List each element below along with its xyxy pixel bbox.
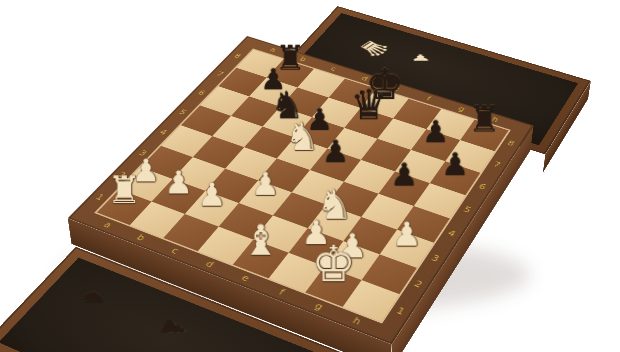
piece-black-pawn-g7[interactable]: ♟ (422, 114, 449, 149)
piece-white-king-g1[interactable]: ♚ (311, 235, 355, 293)
captured-white-pawn-right-1[interactable]: ♟ (410, 53, 432, 63)
captured-black-knight-left-0[interactable]: ♞ (76, 288, 111, 307)
piece-white-pawn-d3[interactable]: ♟ (251, 165, 279, 202)
piece-white-bishop-e1[interactable]: ♝ (242, 216, 280, 264)
captured-black-pawn-left-1[interactable]: ♟ (153, 315, 195, 341)
piece-black-pawn-g5[interactable]: ♟ (390, 156, 418, 193)
captured-black-bishop-left-2[interactable]: ♝ (138, 346, 195, 352)
piece-white-pawn-b2[interactable]: ♟ (164, 164, 192, 201)
captured-white-queen-right-0[interactable]: ♛ (349, 34, 397, 62)
piece-white-pawn-c2[interactable]: ♟ (198, 176, 227, 213)
piece-white-knight-d5[interactable]: ♞ (285, 114, 319, 158)
piece-black-pawn-h6[interactable]: ♟ (441, 146, 469, 182)
piece-white-pawn-h3[interactable]: ♟ (392, 215, 422, 253)
piece-black-rook-h8[interactable]: ♜ (468, 99, 500, 141)
photo-stage: abcdefgh abcdefgh 87654321 87654321 ♜♟♟♟… (0, 0, 620, 352)
piece-black-pawn-e5[interactable]: ♟ (322, 133, 350, 169)
piece-white-rook-a1[interactable]: ♜ (107, 168, 141, 212)
chess-box: abcdefgh abcdefgh 87654321 87654321 ♜♟♟♟… (68, 36, 534, 345)
piece-black-queen-e7[interactable]: ♛ (350, 81, 387, 129)
